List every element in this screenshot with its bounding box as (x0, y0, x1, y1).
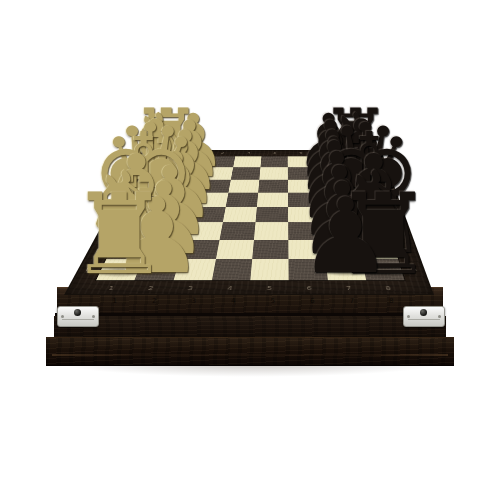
coordinate-label: 4 (209, 283, 250, 294)
square-f4[interactable] (219, 222, 255, 239)
square-c4[interactable] (228, 179, 259, 192)
latch-screw-icon (407, 315, 410, 318)
square-b4[interactable] (231, 167, 261, 179)
coordinate-label: 4 (214, 296, 254, 306)
square-h5[interactable] (250, 259, 289, 280)
latch-left-icon (57, 306, 99, 327)
square-d4[interactable] (226, 192, 259, 206)
square-d5[interactable] (257, 192, 288, 206)
coordinate-label: 3 (174, 296, 214, 306)
square-h4[interactable] (212, 259, 252, 280)
square-e5[interactable] (255, 207, 288, 223)
square-e4[interactable] (223, 207, 257, 223)
latch-screw-icon (92, 315, 95, 318)
coordinate-label: 5 (249, 283, 289, 294)
latch-screw-icon (61, 315, 64, 318)
square-g4[interactable] (216, 240, 254, 259)
coordinate-label: 5 (253, 296, 293, 306)
square-c5[interactable] (258, 179, 288, 192)
chess-set-photo: 12345678 12345678 12345678 abcdefgh abcd… (0, 0, 500, 500)
case-front-lower (54, 316, 446, 338)
case-base-molding (46, 337, 454, 366)
latch-right-icon (403, 306, 445, 327)
coordinate-label: 4 (235, 150, 262, 155)
coordinate-label: 6 (293, 296, 333, 306)
square-a5[interactable] (260, 156, 287, 167)
square-a4[interactable] (233, 156, 261, 167)
latch-screw-icon (438, 315, 441, 318)
piece-black-pawn-h7[interactable]: ♟ (294, 185, 398, 289)
square-b5[interactable] (259, 167, 288, 179)
square-f5[interactable] (254, 222, 289, 239)
piece-white-rook-h1[interactable]: ♜ (63, 178, 175, 290)
square-g5[interactable] (252, 240, 288, 259)
coordinate-label: 5 (262, 150, 288, 155)
